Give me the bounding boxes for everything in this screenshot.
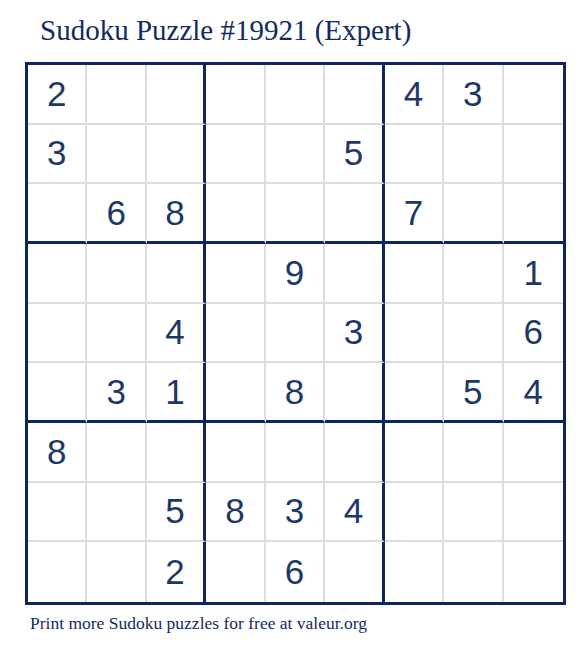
sudoku-cell-r1c6[interactable] bbox=[325, 65, 384, 125]
sudoku-cell-r8c7[interactable] bbox=[385, 483, 444, 543]
sudoku-cell-r4c4[interactable] bbox=[206, 244, 265, 304]
sudoku-cell-r6c6[interactable] bbox=[325, 363, 384, 423]
sudoku-cell-r6c3[interactable]: 1 bbox=[147, 363, 206, 423]
sudoku-cell-r7c6[interactable] bbox=[325, 423, 384, 483]
sudoku-page: { "game": "sudoku", "position": "2.....4… bbox=[0, 0, 580, 651]
given-digit: 5 bbox=[344, 133, 363, 173]
sudoku-cell-r9c1[interactable] bbox=[28, 542, 87, 602]
sudoku-cell-r2c9[interactable] bbox=[504, 125, 563, 185]
sudoku-cell-r3c4[interactable] bbox=[206, 184, 265, 244]
sudoku-cell-r7c4[interactable] bbox=[206, 423, 265, 483]
sudoku-cell-r3c6[interactable] bbox=[325, 184, 384, 244]
given-digit: 8 bbox=[47, 432, 66, 472]
sudoku-cell-r4c9[interactable]: 1 bbox=[504, 244, 563, 304]
given-digit: 9 bbox=[285, 253, 304, 293]
sudoku-cell-r1c7[interactable]: 4 bbox=[385, 65, 444, 125]
sudoku-cell-r4c1[interactable] bbox=[28, 244, 87, 304]
sudoku-cell-r5c7[interactable] bbox=[385, 304, 444, 364]
sudoku-cell-r7c8[interactable] bbox=[444, 423, 503, 483]
sudoku-cell-r9c2[interactable] bbox=[87, 542, 146, 602]
given-digit: 4 bbox=[344, 491, 363, 531]
sudoku-cell-r6c1[interactable] bbox=[28, 363, 87, 423]
sudoku-cell-r8c1[interactable] bbox=[28, 483, 87, 543]
sudoku-cell-r1c4[interactable] bbox=[206, 65, 265, 125]
sudoku-cell-r6c2[interactable]: 3 bbox=[87, 363, 146, 423]
sudoku-cell-r1c2[interactable] bbox=[87, 65, 146, 125]
sudoku-cell-r2c7[interactable] bbox=[385, 125, 444, 185]
given-digit: 4 bbox=[165, 312, 184, 352]
given-digit: 8 bbox=[225, 491, 244, 531]
sudoku-cell-r4c8[interactable] bbox=[444, 244, 503, 304]
sudoku-cell-r1c5[interactable] bbox=[266, 65, 325, 125]
sudoku-cell-r5c4[interactable] bbox=[206, 304, 265, 364]
sudoku-cell-r8c3[interactable]: 5 bbox=[147, 483, 206, 543]
sudoku-cell-r9c7[interactable] bbox=[385, 542, 444, 602]
sudoku-cell-r5c2[interactable] bbox=[87, 304, 146, 364]
sudoku-cell-r5c5[interactable] bbox=[266, 304, 325, 364]
sudoku-cell-r3c7[interactable]: 7 bbox=[385, 184, 444, 244]
sudoku-cell-r5c6[interactable]: 3 bbox=[325, 304, 384, 364]
sudoku-cell-r9c4[interactable] bbox=[206, 542, 265, 602]
sudoku-cell-r9c3[interactable]: 2 bbox=[147, 542, 206, 602]
sudoku-cell-r2c5[interactable] bbox=[266, 125, 325, 185]
footer-note: Print more Sudoku puzzles for free at va… bbox=[30, 613, 367, 634]
sudoku-cell-r6c5[interactable]: 8 bbox=[266, 363, 325, 423]
given-digit: 1 bbox=[524, 253, 543, 293]
sudoku-grid: 2433568791436318548583426 bbox=[25, 62, 566, 605]
sudoku-cell-r3c2[interactable]: 6 bbox=[87, 184, 146, 244]
sudoku-cell-r2c8[interactable] bbox=[444, 125, 503, 185]
sudoku-cell-r8c2[interactable] bbox=[87, 483, 146, 543]
sudoku-cell-r4c3[interactable] bbox=[147, 244, 206, 304]
given-digit: 5 bbox=[463, 372, 482, 412]
sudoku-cell-r6c8[interactable]: 5 bbox=[444, 363, 503, 423]
sudoku-cell-r3c3[interactable]: 8 bbox=[147, 184, 206, 244]
sudoku-cell-r5c1[interactable] bbox=[28, 304, 87, 364]
given-digit: 6 bbox=[524, 312, 543, 352]
sudoku-cell-r2c6[interactable]: 5 bbox=[325, 125, 384, 185]
sudoku-cell-r1c1[interactable]: 2 bbox=[28, 65, 87, 125]
given-digit: 3 bbox=[344, 312, 363, 352]
sudoku-cell-r2c4[interactable] bbox=[206, 125, 265, 185]
sudoku-cell-r2c3[interactable] bbox=[147, 125, 206, 185]
sudoku-cell-r3c5[interactable] bbox=[266, 184, 325, 244]
given-digit: 2 bbox=[165, 552, 184, 592]
sudoku-cell-r5c3[interactable]: 4 bbox=[147, 304, 206, 364]
sudoku-cell-r8c8[interactable] bbox=[444, 483, 503, 543]
sudoku-cell-r7c2[interactable] bbox=[87, 423, 146, 483]
sudoku-cell-r8c5[interactable]: 3 bbox=[266, 483, 325, 543]
sudoku-cell-r6c7[interactable] bbox=[385, 363, 444, 423]
sudoku-cell-r9c6[interactable] bbox=[325, 542, 384, 602]
given-digit: 6 bbox=[106, 193, 125, 233]
sudoku-cell-r5c8[interactable] bbox=[444, 304, 503, 364]
sudoku-cell-r4c6[interactable] bbox=[325, 244, 384, 304]
sudoku-cell-r2c2[interactable] bbox=[87, 125, 146, 185]
sudoku-cell-r6c9[interactable]: 4 bbox=[504, 363, 563, 423]
given-digit: 3 bbox=[463, 74, 482, 114]
given-digit: 8 bbox=[165, 193, 184, 233]
sudoku-cell-r6c4[interactable] bbox=[206, 363, 265, 423]
sudoku-cell-r9c5[interactable]: 6 bbox=[266, 542, 325, 602]
given-digit: 5 bbox=[165, 491, 184, 531]
sudoku-cell-r2c1[interactable]: 3 bbox=[28, 125, 87, 185]
sudoku-cell-r3c1[interactable] bbox=[28, 184, 87, 244]
page-title: Sudoku Puzzle #19921 (Expert) bbox=[40, 15, 411, 47]
given-digit: 7 bbox=[404, 193, 423, 233]
given-digit: 3 bbox=[285, 491, 304, 531]
sudoku-cell-r3c8[interactable] bbox=[444, 184, 503, 244]
given-digit: 6 bbox=[285, 552, 304, 592]
sudoku-cell-r4c2[interactable] bbox=[87, 244, 146, 304]
sudoku-cell-r8c6[interactable]: 4 bbox=[325, 483, 384, 543]
sudoku-cell-r4c7[interactable] bbox=[385, 244, 444, 304]
sudoku-cell-r5c9[interactable]: 6 bbox=[504, 304, 563, 364]
given-digit: 4 bbox=[524, 372, 543, 412]
sudoku-cell-r7c3[interactable] bbox=[147, 423, 206, 483]
sudoku-cell-r7c9[interactable] bbox=[504, 423, 563, 483]
sudoku-cell-r9c9[interactable] bbox=[504, 542, 563, 602]
given-digit: 2 bbox=[47, 74, 66, 114]
sudoku-cell-r3c9[interactable] bbox=[504, 184, 563, 244]
sudoku-cell-r8c4[interactable]: 8 bbox=[206, 483, 265, 543]
sudoku-cell-r7c1[interactable]: 8 bbox=[28, 423, 87, 483]
given-digit: 1 bbox=[165, 372, 184, 412]
sudoku-cell-r8c9[interactable] bbox=[504, 483, 563, 543]
sudoku-cell-r4c5[interactable]: 9 bbox=[266, 244, 325, 304]
sudoku-cell-r7c5[interactable] bbox=[266, 423, 325, 483]
sudoku-cell-r7c7[interactable] bbox=[385, 423, 444, 483]
given-digit: 4 bbox=[404, 74, 423, 114]
sudoku-cell-r1c3[interactable] bbox=[147, 65, 206, 125]
given-digit: 8 bbox=[285, 372, 304, 412]
given-digit: 3 bbox=[47, 133, 66, 173]
sudoku-cell-r9c8[interactable] bbox=[444, 542, 503, 602]
sudoku-cell-r1c9[interactable] bbox=[504, 65, 563, 125]
given-digit: 3 bbox=[106, 372, 125, 412]
sudoku-cell-r1c8[interactable]: 3 bbox=[444, 65, 503, 125]
